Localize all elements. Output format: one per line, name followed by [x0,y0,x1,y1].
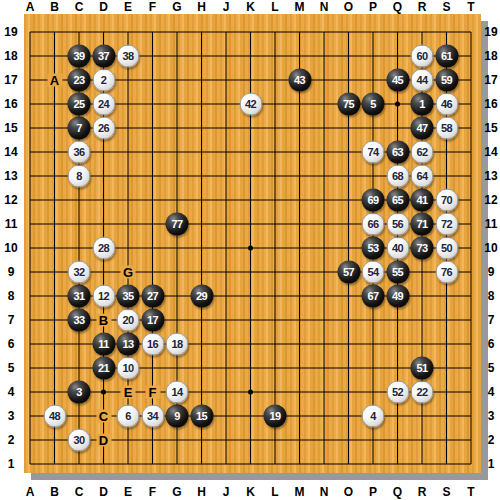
coord-label-bottom-A: A [26,486,35,498]
coord-label-left-1: 1 [8,458,15,470]
stone-white-50-S10: 50 [435,237,458,260]
stone-black-69-P12: 69 [362,189,385,212]
stone-black-1-R16: 1 [411,93,434,116]
coord-label-top-P: P [369,1,377,13]
coord-label-top-H: H [197,1,206,13]
stone-white-64-R13: 64 [411,165,434,188]
stone-white-30-C2: 30 [68,429,91,452]
coord-label-left-17: 17 [4,74,17,86]
stone-black-19-L3: 19 [264,405,287,428]
stone-white-18-G6: 18 [166,333,189,356]
stone-black-39-C18: 39 [68,45,91,68]
stone-white-46-S16: 46 [435,93,458,116]
coord-label-right-1: 1 [488,458,495,470]
coord-label-bottom-L: L [271,486,278,498]
coord-label-left-4: 4 [8,386,15,398]
stone-white-28-D10: 28 [92,237,115,260]
stone-black-43-M17: 43 [288,69,311,92]
coord-label-left-3: 3 [8,410,15,422]
stone-black-49-Q8: 49 [386,285,409,308]
stone-black-35-E8: 35 [117,285,140,308]
stone-white-14-G4: 14 [166,381,189,404]
coord-label-top-L: L [271,1,278,13]
coord-label-bottom-S: S [442,486,450,498]
coord-label-left-10: 10 [4,242,17,254]
stone-black-61-S18: 61 [435,45,458,68]
stone-black-25-C16: 25 [68,93,91,116]
stone-black-47-R15: 47 [411,117,434,140]
coord-label-left-5: 5 [8,362,15,374]
coord-label-left-14: 14 [4,146,17,158]
stone-white-20-E7: 20 [117,309,140,332]
coord-label-left-18: 18 [4,50,17,62]
stone-black-33-C7: 33 [68,309,91,332]
stone-black-15-H3: 15 [190,405,213,428]
board-label-C-D3: C [96,410,111,423]
stone-white-70-S12: 70 [435,189,458,212]
coord-label-top-B: B [50,1,59,13]
stone-black-29-H8: 29 [190,285,213,308]
coord-label-right-2: 2 [488,434,495,446]
board-label-F-F4: F [145,386,160,399]
star-point-D4 [101,390,106,395]
coord-label-left-7: 7 [8,314,15,326]
coord-label-left-12: 12 [4,194,17,206]
coord-label-left-19: 19 [4,26,17,38]
board-label-D-D2: D [96,434,111,447]
stone-white-36-C14: 36 [68,141,91,164]
coord-label-right-4: 4 [488,386,495,398]
stone-white-10-E5: 10 [117,357,140,380]
board-label-G-E9: G [121,266,136,279]
stone-white-52-Q4: 52 [386,381,409,404]
coord-label-right-17: 17 [484,74,497,86]
stone-white-4-P3: 4 [362,405,385,428]
coord-label-right-19: 19 [484,26,497,38]
stone-black-21-D5: 21 [92,357,115,380]
coord-label-bottom-Q: Q [393,486,402,498]
stone-white-68-Q13: 68 [386,165,409,188]
board-label-B-D7: B [96,314,111,327]
coord-label-right-5: 5 [488,362,495,374]
coord-label-top-G: G [172,1,181,13]
coord-label-bottom-D: D [99,486,108,498]
coord-label-right-3: 3 [488,410,495,422]
coord-label-top-F: F [149,1,156,13]
coord-label-top-K: K [246,1,255,13]
stone-white-56-Q11: 56 [386,213,409,236]
coord-label-bottom-P: P [369,486,377,498]
coord-label-right-8: 8 [488,290,495,302]
stone-black-65-Q12: 65 [386,189,409,212]
coord-label-right-6: 6 [488,338,495,350]
stone-black-63-Q14: 63 [386,141,409,164]
coord-label-top-N: N [320,1,329,13]
coord-label-top-O: O [344,1,353,13]
stone-black-77-G11: 77 [166,213,189,236]
coord-label-top-A: A [26,1,35,13]
stone-white-76-S9: 76 [435,261,458,284]
stone-white-6-E3: 6 [117,405,140,428]
stone-black-3-C4: 3 [68,381,91,404]
stone-white-44-R17: 44 [411,69,434,92]
coord-label-top-S: S [442,1,450,13]
stone-black-13-E6: 13 [117,333,140,356]
stone-white-74-P14: 74 [362,141,385,164]
coord-label-top-T: T [467,1,474,13]
stone-white-2-D17: 2 [92,69,115,92]
stone-white-72-S11: 72 [435,213,458,236]
star-point-Q16 [395,102,400,107]
coord-label-bottom-N: N [320,486,329,498]
coord-label-left-13: 13 [4,170,17,182]
stone-white-34-F3: 34 [141,405,164,428]
stone-white-48-B3: 48 [43,405,66,428]
stone-white-16-F6: 16 [141,333,164,356]
stone-white-38-E18: 38 [117,45,140,68]
coord-label-bottom-B: B [50,486,59,498]
stone-black-75-O16: 75 [337,93,360,116]
stone-black-11-D6: 11 [92,333,115,356]
coord-label-bottom-K: K [246,486,255,498]
stone-black-7-C15: 7 [68,117,91,140]
coord-label-left-6: 6 [8,338,15,350]
coord-label-right-14: 14 [484,146,497,158]
stone-black-67-P8: 67 [362,285,385,308]
coord-label-bottom-F: F [149,486,156,498]
star-point-K10 [248,246,253,251]
coord-label-bottom-H: H [197,486,206,498]
stone-white-26-D15: 26 [92,117,115,140]
stone-white-40-Q10: 40 [386,237,409,260]
board-label-E-E4: E [121,386,136,399]
stone-black-73-R10: 73 [411,237,434,260]
stone-black-31-C8: 31 [68,285,91,308]
coord-label-right-11: 11 [485,218,498,230]
coord-label-left-11: 11 [5,218,18,230]
stone-white-58-S15: 58 [435,117,458,140]
coord-label-bottom-C: C [75,486,84,498]
coord-label-right-13: 13 [484,170,497,182]
coord-label-bottom-M: M [295,486,305,498]
stone-white-62-R14: 62 [411,141,434,164]
coord-label-bottom-G: G [172,486,181,498]
coord-label-right-18: 18 [484,50,497,62]
stone-white-66-P11: 66 [362,213,385,236]
coord-label-bottom-E: E [124,486,132,498]
stone-black-5-P16: 5 [362,93,385,116]
coord-label-top-R: R [418,1,427,13]
coord-label-top-M: M [295,1,305,13]
coord-label-bottom-O: O [344,486,353,498]
coord-label-right-16: 16 [484,98,497,110]
stone-black-37-D18: 37 [92,45,115,68]
stone-black-55-Q9: 55 [386,261,409,284]
coord-label-left-8: 8 [8,290,15,302]
stone-white-60-R18: 60 [411,45,434,68]
stone-white-32-C9: 32 [68,261,91,284]
stone-white-8-C13: 8 [68,165,91,188]
coord-label-top-D: D [99,1,108,13]
coord-label-right-10: 10 [484,242,497,254]
coord-label-top-Q: Q [393,1,402,13]
coord-label-right-15: 15 [484,122,497,134]
stone-black-51-R5: 51 [411,357,434,380]
stone-black-45-Q17: 45 [386,69,409,92]
coord-label-right-7: 7 [488,314,495,326]
stone-white-54-P9: 54 [362,261,385,284]
coord-label-left-15: 15 [4,122,17,134]
stone-black-9-G3: 9 [166,405,189,428]
coord-label-right-12: 12 [484,194,497,206]
board-label-A-B17: A [47,74,62,87]
coord-label-left-2: 2 [8,434,15,446]
stone-black-53-P10: 53 [362,237,385,260]
coord-label-bottom-R: R [418,486,427,498]
coord-label-left-16: 16 [4,98,17,110]
star-point-K4 [248,390,253,395]
coord-label-bottom-J: J [223,486,230,498]
stone-black-57-O9: 57 [337,261,360,284]
stone-black-23-C17: 23 [68,69,91,92]
stone-white-12-D8: 12 [92,285,115,308]
coord-label-top-J: J [223,1,230,13]
coord-label-bottom-T: T [467,486,474,498]
stone-black-27-F8: 27 [141,285,164,308]
coord-label-top-E: E [124,1,132,13]
coord-label-left-9: 9 [8,266,15,278]
coord-label-top-C: C [75,1,84,13]
stone-white-24-D16: 24 [92,93,115,116]
go-diagram: AABBCCDDEEFFGGHHJJKKLLMMNNOOPPQQRRSSTT19… [0,0,500,500]
stone-black-71-R11: 71 [411,213,434,236]
stone-white-42-K16: 42 [239,93,262,116]
stone-white-22-R4: 22 [411,381,434,404]
stone-black-17-F7: 17 [141,309,164,332]
coord-label-right-9: 9 [488,266,495,278]
stone-black-41-R12: 41 [411,189,434,212]
stone-black-59-S17: 59 [435,69,458,92]
